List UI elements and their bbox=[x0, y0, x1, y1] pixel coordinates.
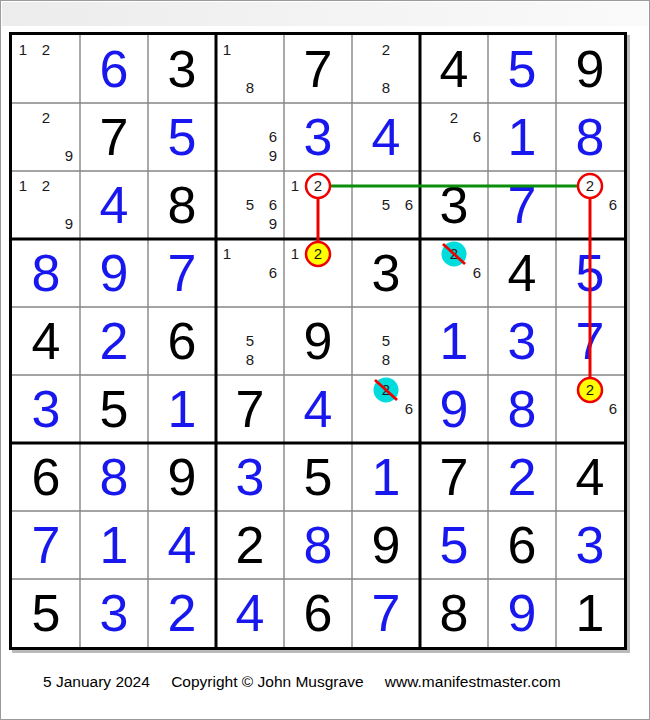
solved-digit: 1 bbox=[148, 375, 216, 443]
candidate-5: 5 bbox=[241, 332, 259, 350]
cell-r1c1[interactable]: 12 bbox=[12, 35, 80, 103]
cell-r3c7[interactable]: 3 bbox=[420, 171, 488, 239]
candidate-2: 2 bbox=[445, 109, 463, 127]
solved-digit: 6 bbox=[80, 35, 148, 103]
cell-r2c7[interactable]: 26 bbox=[420, 103, 488, 171]
given-digit: 6 bbox=[488, 511, 556, 579]
solved-digit: 8 bbox=[80, 443, 148, 511]
cell-r2c6[interactable]: 4 bbox=[352, 103, 420, 171]
solved-digit: 5 bbox=[556, 239, 624, 307]
candidate-9: 9 bbox=[264, 147, 282, 165]
candidate-2: 2 bbox=[37, 177, 55, 195]
solved-digit: 9 bbox=[488, 579, 556, 647]
given-digit: 2 bbox=[216, 511, 284, 579]
cell-r8c5[interactable]: 8 bbox=[284, 511, 352, 579]
solved-digit: 9 bbox=[80, 239, 148, 307]
cell-r3c1[interactable]: 129 bbox=[12, 171, 80, 239]
cell-r3c2[interactable]: 4 bbox=[80, 171, 148, 239]
cell-r3c9[interactable]: 26 bbox=[556, 171, 624, 239]
solved-digit: 4 bbox=[80, 171, 148, 239]
cell-r5c1[interactable]: 4 bbox=[12, 307, 80, 375]
candidate-5: 5 bbox=[377, 332, 395, 350]
solved-digit: 5 bbox=[488, 35, 556, 103]
cell-r1c9[interactable]: 9 bbox=[556, 35, 624, 103]
cell-r1c5[interactable]: 7 bbox=[284, 35, 352, 103]
cell-r9c5[interactable]: 6 bbox=[284, 579, 352, 647]
given-digit: 5 bbox=[12, 579, 80, 647]
cell-r5c3[interactable]: 6 bbox=[148, 307, 216, 375]
candidate-2: 2 bbox=[377, 381, 395, 399]
given-digit: 3 bbox=[148, 35, 216, 103]
cell-r2c9[interactable]: 8 bbox=[556, 103, 624, 171]
cell-r7c8[interactable]: 2 bbox=[488, 443, 556, 511]
solved-digit: 2 bbox=[80, 307, 148, 375]
sudoku-board: 1263187284592975693426181294856912563726… bbox=[9, 32, 627, 650]
cell-r6c4[interactable]: 7 bbox=[216, 375, 284, 443]
given-digit: 5 bbox=[284, 443, 352, 511]
given-digit: 4 bbox=[556, 443, 624, 511]
candidate-6: 6 bbox=[264, 128, 282, 146]
solved-digit: 7 bbox=[352, 579, 420, 647]
cell-r5c2[interactable]: 2 bbox=[80, 307, 148, 375]
cell-r5c8[interactable]: 3 bbox=[488, 307, 556, 375]
footer: 5 January 2024 Copyright © John Musgrave… bbox=[43, 673, 578, 691]
candidate-8: 8 bbox=[377, 79, 395, 97]
candidate-6: 6 bbox=[468, 128, 486, 146]
candidate-5: 5 bbox=[377, 196, 395, 214]
solved-digit: 3 bbox=[284, 103, 352, 171]
candidate-8: 8 bbox=[241, 79, 259, 97]
cell-r4c3[interactable]: 7 bbox=[148, 239, 216, 307]
given-digit: 1 bbox=[556, 579, 624, 647]
solved-digit: 3 bbox=[80, 579, 148, 647]
solved-digit: 8 bbox=[284, 511, 352, 579]
given-digit: 4 bbox=[12, 307, 80, 375]
given-digit: 7 bbox=[420, 443, 488, 511]
cell-r9c9[interactable]: 1 bbox=[556, 579, 624, 647]
cell-r2c5[interactable]: 3 bbox=[284, 103, 352, 171]
given-digit: 4 bbox=[488, 239, 556, 307]
candidate-2: 2 bbox=[37, 41, 55, 59]
cell-r1c2[interactable]: 6 bbox=[80, 35, 148, 103]
cell-r7c5[interactable]: 5 bbox=[284, 443, 352, 511]
candidate-6: 6 bbox=[400, 400, 418, 418]
candidate-9: 9 bbox=[60, 147, 78, 165]
given-digit: 7 bbox=[284, 35, 352, 103]
cell-r4c4[interactable]: 16 bbox=[216, 239, 284, 307]
solved-digit: 5 bbox=[420, 511, 488, 579]
candidate-1: 1 bbox=[14, 177, 32, 195]
cell-r3c5[interactable]: 12 bbox=[284, 171, 352, 239]
candidate-2: 2 bbox=[309, 177, 327, 195]
given-digit: 8 bbox=[148, 171, 216, 239]
cells-layer: 1263187284592975693426181294856912563726… bbox=[12, 35, 624, 647]
candidate-1: 1 bbox=[14, 41, 32, 59]
candidate-8: 8 bbox=[241, 351, 259, 369]
solved-digit: 3 bbox=[12, 375, 80, 443]
cell-r7c9[interactable]: 4 bbox=[556, 443, 624, 511]
given-digit: 5 bbox=[80, 375, 148, 443]
cell-r3c4[interactable]: 569 bbox=[216, 171, 284, 239]
given-digit: 6 bbox=[148, 307, 216, 375]
cell-r2c8[interactable]: 1 bbox=[488, 103, 556, 171]
cell-r5c5[interactable]: 9 bbox=[284, 307, 352, 375]
solved-digit: 8 bbox=[556, 103, 624, 171]
cell-r7c3[interactable]: 9 bbox=[148, 443, 216, 511]
cell-r6c3[interactable]: 1 bbox=[148, 375, 216, 443]
solved-digit: 4 bbox=[352, 103, 420, 171]
cell-r3c6[interactable]: 56 bbox=[352, 171, 420, 239]
candidate-2: 2 bbox=[581, 177, 599, 195]
candidate-1: 1 bbox=[218, 245, 236, 263]
cell-r7c7[interactable]: 7 bbox=[420, 443, 488, 511]
solved-digit: 4 bbox=[216, 579, 284, 647]
cell-r5c4[interactable]: 58 bbox=[216, 307, 284, 375]
candidate-2: 2 bbox=[377, 41, 395, 59]
given-digit: 4 bbox=[420, 35, 488, 103]
header-band bbox=[2, 2, 648, 26]
candidate-9: 9 bbox=[60, 215, 78, 233]
solved-digit: 7 bbox=[148, 239, 216, 307]
cell-r8c3[interactable]: 4 bbox=[148, 511, 216, 579]
footer-website: www.manifestmaster.com bbox=[385, 673, 561, 690]
candidate-6: 6 bbox=[400, 196, 418, 214]
given-digit: 3 bbox=[420, 171, 488, 239]
solved-digit: 1 bbox=[420, 307, 488, 375]
solved-digit: 7 bbox=[12, 511, 80, 579]
candidate-2: 2 bbox=[445, 245, 463, 263]
solved-digit: 3 bbox=[488, 307, 556, 375]
candidate-1: 1 bbox=[218, 41, 236, 59]
cell-r2c1[interactable]: 29 bbox=[12, 103, 80, 171]
cell-r9c3[interactable]: 2 bbox=[148, 579, 216, 647]
cell-r6c6[interactable]: 26 bbox=[352, 375, 420, 443]
cell-r6c2[interactable]: 5 bbox=[80, 375, 148, 443]
cell-r1c6[interactable]: 28 bbox=[352, 35, 420, 103]
cell-r8c9[interactable]: 3 bbox=[556, 511, 624, 579]
cell-r9c2[interactable]: 3 bbox=[80, 579, 148, 647]
cell-r7c1[interactable]: 6 bbox=[12, 443, 80, 511]
cell-r6c1[interactable]: 3 bbox=[12, 375, 80, 443]
given-digit: 9 bbox=[284, 307, 352, 375]
given-digit: 9 bbox=[148, 443, 216, 511]
solved-digit: 4 bbox=[284, 375, 352, 443]
candidate-1: 1 bbox=[286, 245, 304, 263]
cell-r6c9[interactable]: 26 bbox=[556, 375, 624, 443]
given-digit: 7 bbox=[80, 103, 148, 171]
given-digit: 9 bbox=[352, 511, 420, 579]
cell-r4c9[interactable]: 5 bbox=[556, 239, 624, 307]
solved-digit: 4 bbox=[148, 511, 216, 579]
cell-r3c3[interactable]: 8 bbox=[148, 171, 216, 239]
cell-r1c4[interactable]: 18 bbox=[216, 35, 284, 103]
cell-r7c6[interactable]: 1 bbox=[352, 443, 420, 511]
cell-r6c7[interactable]: 9 bbox=[420, 375, 488, 443]
solved-digit: 8 bbox=[12, 239, 80, 307]
cell-r8c2[interactable]: 1 bbox=[80, 511, 148, 579]
cell-r2c3[interactable]: 5 bbox=[148, 103, 216, 171]
cell-r8c6[interactable]: 9 bbox=[352, 511, 420, 579]
cell-r4c7[interactable]: 26 bbox=[420, 239, 488, 307]
candidate-9: 9 bbox=[264, 215, 282, 233]
cell-r1c8[interactable]: 5 bbox=[488, 35, 556, 103]
cell-r6c8[interactable]: 8 bbox=[488, 375, 556, 443]
candidate-6: 6 bbox=[468, 264, 486, 282]
cell-r2c4[interactable]: 69 bbox=[216, 103, 284, 171]
given-digit: 6 bbox=[12, 443, 80, 511]
given-digit: 7 bbox=[216, 375, 284, 443]
cell-r4c6[interactable]: 3 bbox=[352, 239, 420, 307]
solved-digit: 2 bbox=[488, 443, 556, 511]
solved-digit: 5 bbox=[148, 103, 216, 171]
candidate-2: 2 bbox=[309, 245, 327, 263]
given-digit: 6 bbox=[284, 579, 352, 647]
candidate-6: 6 bbox=[264, 264, 282, 282]
candidate-5: 5 bbox=[241, 196, 259, 214]
candidate-6: 6 bbox=[264, 196, 282, 214]
solved-digit: 1 bbox=[488, 103, 556, 171]
solved-digit: 7 bbox=[556, 307, 624, 375]
solved-digit: 7 bbox=[488, 171, 556, 239]
candidate-8: 8 bbox=[377, 351, 395, 369]
cell-r5c6[interactable]: 58 bbox=[352, 307, 420, 375]
page-root: 1263187284592975693426181294856912563726… bbox=[0, 0, 650, 720]
footer-copyright: Copyright © John Musgrave bbox=[171, 673, 363, 690]
cell-r9c8[interactable]: 9 bbox=[488, 579, 556, 647]
given-digit: 8 bbox=[420, 579, 488, 647]
candidate-2: 2 bbox=[37, 109, 55, 127]
cell-r3c8[interactable]: 7 bbox=[488, 171, 556, 239]
candidate-6: 6 bbox=[604, 196, 622, 214]
cell-r9c6[interactable]: 7 bbox=[352, 579, 420, 647]
cell-r4c2[interactable]: 9 bbox=[80, 239, 148, 307]
cell-r9c1[interactable]: 5 bbox=[12, 579, 80, 647]
cell-r8c7[interactable]: 5 bbox=[420, 511, 488, 579]
cell-r4c5[interactable]: 12 bbox=[284, 239, 352, 307]
cell-r7c2[interactable]: 8 bbox=[80, 443, 148, 511]
candidate-1: 1 bbox=[286, 177, 304, 195]
cell-r4c1[interactable]: 8 bbox=[12, 239, 80, 307]
cell-r9c4[interactable]: 4 bbox=[216, 579, 284, 647]
cell-r1c3[interactable]: 3 bbox=[148, 35, 216, 103]
solved-digit: 3 bbox=[556, 511, 624, 579]
cell-r4c8[interactable]: 4 bbox=[488, 239, 556, 307]
cell-r7c4[interactable]: 3 bbox=[216, 443, 284, 511]
solved-digit: 3 bbox=[216, 443, 284, 511]
solved-digit: 8 bbox=[488, 375, 556, 443]
candidate-6: 6 bbox=[604, 400, 622, 418]
cell-r5c7[interactable]: 1 bbox=[420, 307, 488, 375]
cell-r8c4[interactable]: 2 bbox=[216, 511, 284, 579]
given-digit: 9 bbox=[556, 35, 624, 103]
cell-r9c7[interactable]: 8 bbox=[420, 579, 488, 647]
footer-date: 5 January 2024 bbox=[43, 673, 150, 690]
solved-digit: 1 bbox=[352, 443, 420, 511]
cell-r8c8[interactable]: 6 bbox=[488, 511, 556, 579]
cell-r8c1[interactable]: 7 bbox=[12, 511, 80, 579]
solved-digit: 1 bbox=[80, 511, 148, 579]
solved-digit: 9 bbox=[420, 375, 488, 443]
solved-digit: 2 bbox=[148, 579, 216, 647]
cell-r2c2[interactable]: 7 bbox=[80, 103, 148, 171]
cell-r5c9[interactable]: 7 bbox=[556, 307, 624, 375]
cell-r1c7[interactable]: 4 bbox=[420, 35, 488, 103]
cell-r6c5[interactable]: 4 bbox=[284, 375, 352, 443]
given-digit: 3 bbox=[352, 239, 420, 307]
candidate-2: 2 bbox=[581, 381, 599, 399]
